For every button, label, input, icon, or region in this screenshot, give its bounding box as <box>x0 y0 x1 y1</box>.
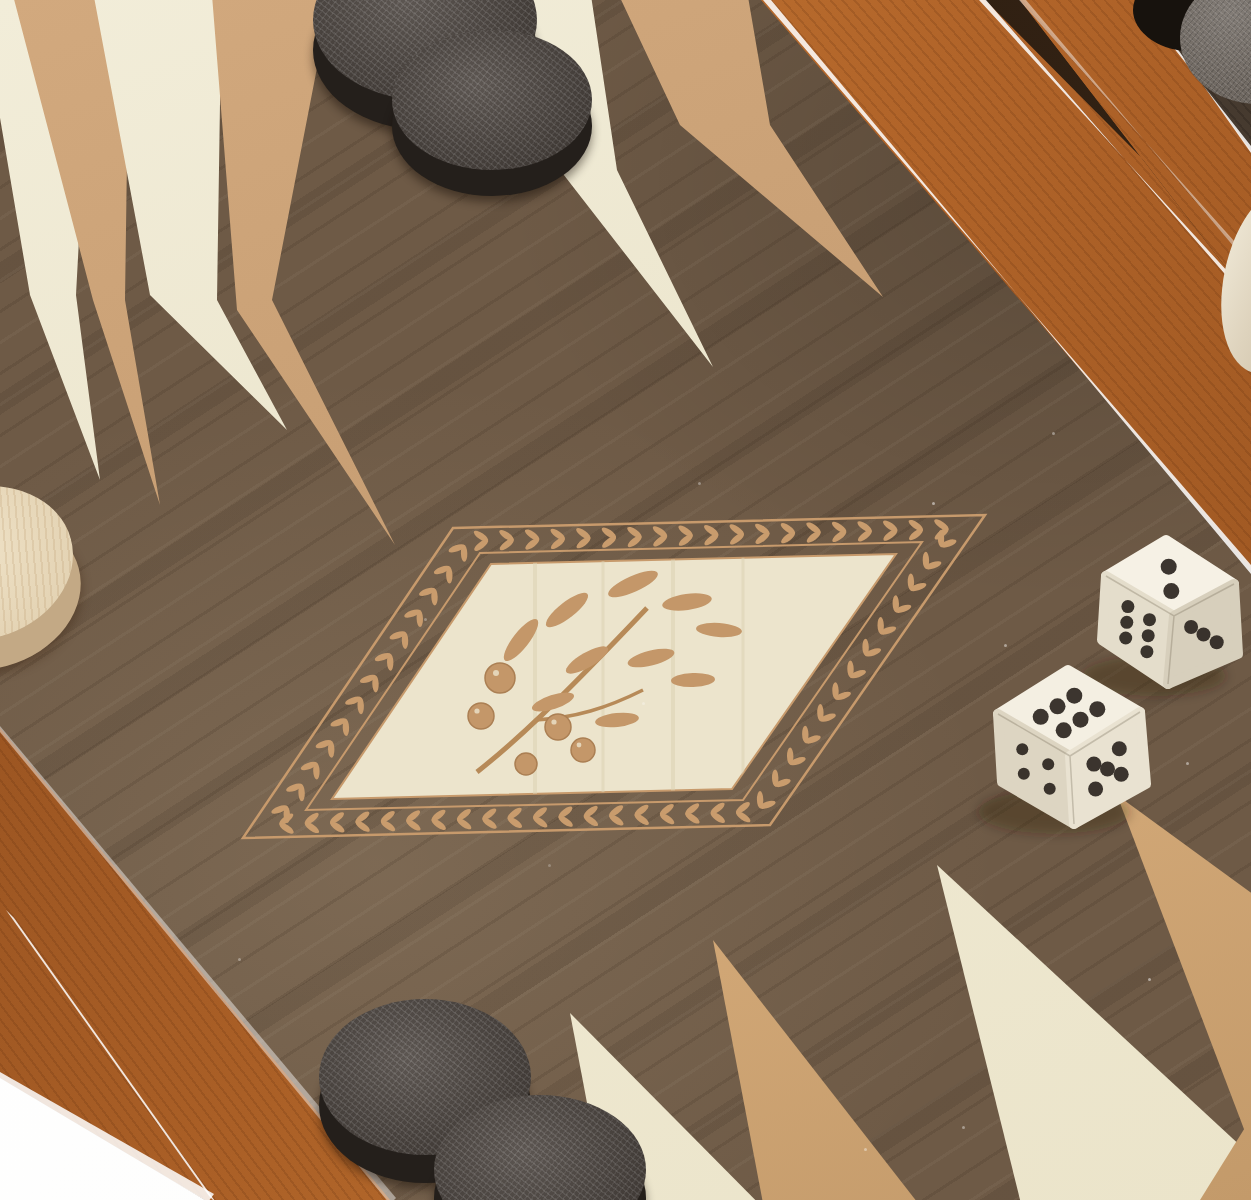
backgammon-photo-stage <box>0 0 1251 1200</box>
center-medallion <box>215 480 1055 910</box>
checker-gray-far-corner[interactable] <box>1180 0 1251 104</box>
checker-dark-bottom-2[interactable] <box>434 1095 646 1200</box>
die-lower-left[interactable] <box>976 648 1156 832</box>
checker-face <box>392 30 592 170</box>
checker-face <box>1180 0 1251 104</box>
dust-specks <box>0 0 3 3</box>
checker-dark-top-2[interactable] <box>392 30 592 196</box>
checker-face <box>434 1095 646 1200</box>
